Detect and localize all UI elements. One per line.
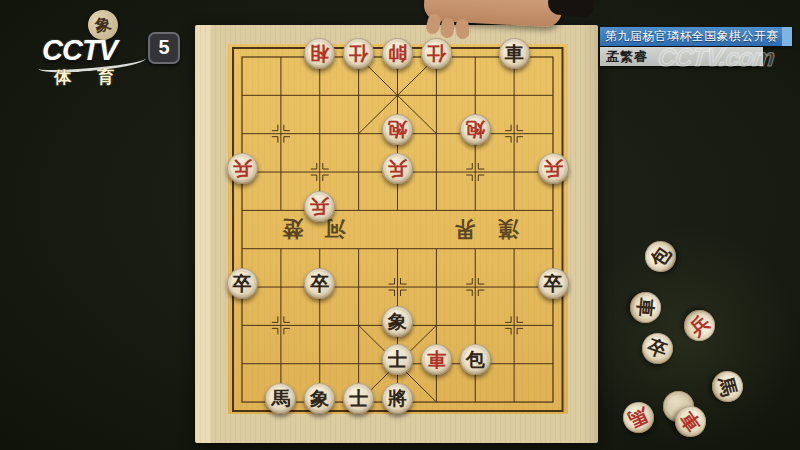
piece-glyph: 兵 <box>544 159 563 178</box>
channel-name: CCTV <box>42 34 117 67</box>
piece-black-chariot[interactable]: 車 <box>499 38 530 69</box>
broadcast-frame: 楚河界漢 相仕帥仕車炮炮兵兵兵兵卒卒卒象士車包馬象士將 包車兵卒馬馬車 象 CC… <box>0 0 800 450</box>
piece-red-soldier[interactable]: 兵 <box>538 153 569 184</box>
piece-red-advisor[interactable]: 仕 <box>421 38 452 69</box>
piece-glyph: 相 <box>310 44 329 63</box>
piece-glyph: 兵 <box>686 312 713 339</box>
piece-glyph: 將 <box>388 389 407 408</box>
piece-glyph: 象 <box>388 312 407 331</box>
piece-glyph: 卒 <box>310 274 329 293</box>
piece-glyph: 象 <box>310 389 329 408</box>
piece-black-cannon[interactable]: 包 <box>460 344 491 375</box>
piece-red-cannon[interactable]: 炮 <box>460 114 491 145</box>
piece-red-chariot[interactable]: 車 <box>421 344 452 375</box>
piece-glyph: 兵 <box>310 197 329 216</box>
piece-red-soldier[interactable]: 兵 <box>304 191 335 222</box>
piece-red-soldier[interactable]: 兵 <box>227 153 258 184</box>
piece-glyph: 包 <box>466 350 485 369</box>
logo-row: CCTV 5 <box>36 32 196 66</box>
piece-glyph: 包 <box>647 243 673 269</box>
piece-glyph: 馬 <box>625 404 650 429</box>
piece-glyph: 馬 <box>271 389 290 408</box>
piece-glyph: 卒 <box>233 274 252 293</box>
river-label: 漢 <box>496 216 520 242</box>
piece-red-elephant[interactable]: 相 <box>304 38 335 69</box>
river-label: 界 <box>453 216 477 242</box>
piece-black-soldier[interactable]: 卒 <box>227 268 258 299</box>
piece-glyph: 仕 <box>427 44 446 63</box>
piece-red-soldier[interactable]: 兵 <box>382 153 413 184</box>
river-label: 楚 <box>281 216 305 242</box>
piece-glyph: 車 <box>635 297 656 318</box>
piece-glyph: 仕 <box>349 44 368 63</box>
piece-glyph: 卒 <box>544 274 563 293</box>
piece-glyph: 兵 <box>388 159 407 178</box>
piece-glyph: 帥 <box>388 44 407 63</box>
piece-black-horse[interactable]: 馬 <box>265 383 296 414</box>
piece-glyph: 車 <box>427 350 446 369</box>
piece-glyph: 兵 <box>233 159 252 178</box>
channel-number: 5 <box>148 32 180 64</box>
xiangqi-board: 楚河界漢 相仕帥仕車炮炮兵兵兵兵卒卒卒象士車包馬象士將 <box>195 25 598 443</box>
piece-glyph: 炮 <box>388 120 407 139</box>
cctv5-logo: 象 CCTV 5 体育 <box>36 8 196 92</box>
piece-glyph: 士 <box>349 389 368 408</box>
piece-red-general[interactable]: 帥 <box>382 38 413 69</box>
piece-black-elephant[interactable]: 象 <box>382 306 413 337</box>
piece-black-soldier[interactable]: 卒 <box>304 268 335 299</box>
piece-red-cannon[interactable]: 炮 <box>382 114 413 145</box>
piece-glyph: 車 <box>677 408 703 434</box>
piece-black-advisor[interactable]: 士 <box>382 344 413 375</box>
player-finger <box>455 19 469 40</box>
piece-black-soldier[interactable]: 卒 <box>538 268 569 299</box>
piece-black-general[interactable]: 將 <box>382 383 413 414</box>
piece-glyph: 炮 <box>466 120 485 139</box>
piece-black-advisor[interactable]: 士 <box>343 383 374 414</box>
piece-black-elephant[interactable]: 象 <box>304 383 335 414</box>
piece-glyph: 士 <box>388 350 407 369</box>
piece-glyph: 馬 <box>715 374 738 397</box>
piece-red-advisor[interactable]: 仕 <box>343 38 374 69</box>
piece-glyph: 卒 <box>645 336 669 360</box>
channel-subtitle: 体育 <box>54 66 184 89</box>
board-grid <box>195 25 598 443</box>
cctv-com-watermark: CCTV.com <box>630 40 800 74</box>
piece-glyph: 車 <box>505 44 524 63</box>
